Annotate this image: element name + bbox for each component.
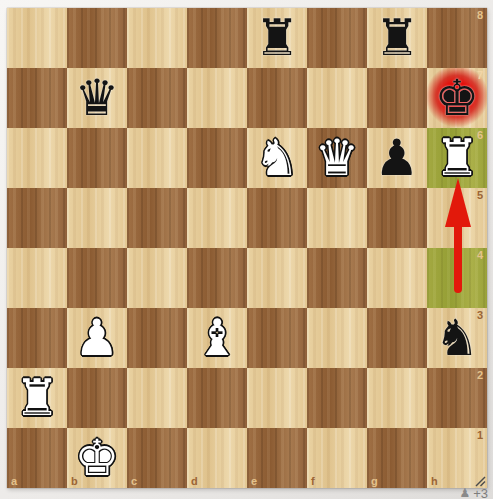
square-f4[interactable]: [307, 248, 367, 308]
square-h7[interactable]: 7♚: [427, 68, 487, 128]
square-e6[interactable]: ♞: [247, 128, 307, 188]
square-f1[interactable]: f: [307, 428, 367, 488]
square-f3[interactable]: [307, 308, 367, 368]
square-d8[interactable]: [187, 8, 247, 68]
chess-board: ♜♜8♛7♚♞♛♟6♜54♟♝3♞♜2ab♚cdefg1h: [7, 8, 487, 488]
piece-black-rook[interactable]: ♜: [247, 8, 307, 68]
square-h8[interactable]: 8: [427, 8, 487, 68]
piece-white-rook[interactable]: ♜: [7, 368, 67, 428]
piece-black-queen[interactable]: ♛: [67, 68, 127, 128]
square-f5[interactable]: [307, 188, 367, 248]
rank-label-2: 2: [477, 369, 483, 381]
piece-black-pawn[interactable]: ♟: [367, 128, 427, 188]
square-b3[interactable]: ♟: [67, 308, 127, 368]
square-h6[interactable]: 6♜: [427, 128, 487, 188]
square-a1[interactable]: a: [7, 428, 67, 488]
square-g2[interactable]: [367, 368, 427, 428]
square-c7[interactable]: [127, 68, 187, 128]
square-e1[interactable]: e: [247, 428, 307, 488]
file-label-a: a: [11, 475, 17, 487]
square-g5[interactable]: [367, 188, 427, 248]
square-e3[interactable]: [247, 308, 307, 368]
square-f2[interactable]: [307, 368, 367, 428]
piece-white-bishop[interactable]: ♝: [187, 308, 247, 368]
square-g3[interactable]: [367, 308, 427, 368]
piece-white-rook[interactable]: ♜: [427, 128, 487, 188]
square-d2[interactable]: [187, 368, 247, 428]
square-h2[interactable]: 2: [427, 368, 487, 428]
square-b4[interactable]: [67, 248, 127, 308]
square-f7[interactable]: [307, 68, 367, 128]
square-g6[interactable]: ♟: [367, 128, 427, 188]
file-label-e: e: [251, 475, 257, 487]
piece-black-knight[interactable]: ♞: [427, 308, 487, 368]
square-b2[interactable]: [67, 368, 127, 428]
square-a5[interactable]: [7, 188, 67, 248]
rank-label-4: 4: [477, 249, 483, 261]
square-d3[interactable]: ♝: [187, 308, 247, 368]
square-h3[interactable]: 3♞: [427, 308, 487, 368]
square-e2[interactable]: [247, 368, 307, 428]
square-d1[interactable]: d: [187, 428, 247, 488]
rank-label-1: 1: [477, 429, 483, 441]
square-e4[interactable]: [247, 248, 307, 308]
square-b6[interactable]: [67, 128, 127, 188]
square-b8[interactable]: [67, 8, 127, 68]
square-c8[interactable]: [127, 8, 187, 68]
piece-white-queen[interactable]: ♛: [307, 128, 367, 188]
rank-label-8: 8: [477, 9, 483, 21]
square-e8[interactable]: ♜: [247, 8, 307, 68]
square-b1[interactable]: b♚: [67, 428, 127, 488]
square-e7[interactable]: [247, 68, 307, 128]
file-label-d: d: [191, 475, 198, 487]
square-h4[interactable]: 4: [427, 248, 487, 308]
square-f8[interactable]: [307, 8, 367, 68]
square-g8[interactable]: ♜: [367, 8, 427, 68]
square-c1[interactable]: c: [127, 428, 187, 488]
rank-label-5: 5: [477, 189, 483, 201]
square-d6[interactable]: [187, 128, 247, 188]
square-a2[interactable]: ♜: [7, 368, 67, 428]
square-a3[interactable]: [7, 308, 67, 368]
square-c6[interactable]: [127, 128, 187, 188]
square-f6[interactable]: ♛: [307, 128, 367, 188]
piece-white-knight[interactable]: ♞: [247, 128, 307, 188]
file-label-f: f: [311, 475, 315, 487]
square-g7[interactable]: [367, 68, 427, 128]
square-b5[interactable]: [67, 188, 127, 248]
square-c5[interactable]: [127, 188, 187, 248]
square-c2[interactable]: [127, 368, 187, 428]
square-d4[interactable]: [187, 248, 247, 308]
pawn-icon: ♟: [459, 487, 470, 499]
square-e5[interactable]: [247, 188, 307, 248]
square-c3[interactable]: [127, 308, 187, 368]
page: ♜♜8♛7♚♞♛♟6♜54♟♝3♞♜2ab♚cdefg1h ♟ +3: [0, 0, 493, 499]
file-label-g: g: [371, 475, 378, 487]
square-d5[interactable]: [187, 188, 247, 248]
material-advantage: ♟ +3: [459, 487, 488, 499]
piece-black-rook[interactable]: ♜: [367, 8, 427, 68]
material-advantage-value: +3: [473, 487, 488, 499]
square-a4[interactable]: [7, 248, 67, 308]
piece-black-king[interactable]: ♚: [427, 68, 487, 128]
square-h5[interactable]: 5: [427, 188, 487, 248]
board-resize-handle-icon[interactable]: [474, 475, 486, 487]
square-b7[interactable]: ♛: [67, 68, 127, 128]
square-g1[interactable]: g: [367, 428, 427, 488]
square-d7[interactable]: [187, 68, 247, 128]
square-a6[interactable]: [7, 128, 67, 188]
file-label-c: c: [131, 475, 137, 487]
piece-white-king[interactable]: ♚: [67, 428, 127, 488]
square-a7[interactable]: [7, 68, 67, 128]
piece-white-pawn[interactable]: ♟: [67, 308, 127, 368]
square-a8[interactable]: [7, 8, 67, 68]
square-g4[interactable]: [367, 248, 427, 308]
square-c4[interactable]: [127, 248, 187, 308]
file-label-h: h: [431, 475, 438, 487]
